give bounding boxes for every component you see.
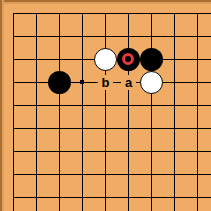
point-label-a: a [121,75,136,90]
grid-line-vertical [59,13,60,211]
grid-line-vertical [105,13,106,211]
grid-line-vertical [82,13,83,211]
black-stone-marked [117,48,140,71]
grid-line-vertical [36,13,37,211]
board-edge-left-light [2,0,4,211]
star-point [80,80,84,84]
grid-line-vertical [197,13,198,211]
grid-line-vertical [174,13,175,211]
grid-line-horizontal [13,197,211,198]
point-label-b: b [98,75,113,90]
grid-line-horizontal [13,174,211,175]
grid-line-vertical [13,13,14,211]
grid-line-vertical [128,13,129,211]
grid-line-horizontal [13,105,211,106]
red-circle-marker-icon [122,53,134,65]
grid-line-vertical [151,13,152,211]
white-stone [94,48,117,71]
white-stone [140,71,163,94]
board-edge-top-light [0,2,211,4]
grid-line-horizontal [13,13,211,14]
black-stone [48,71,71,94]
black-stone [140,48,163,71]
grid-line-horizontal [13,151,211,152]
go-board-diagram: ba [0,0,211,211]
grid-line-horizontal [13,128,211,129]
grid-line-horizontal [13,36,211,37]
